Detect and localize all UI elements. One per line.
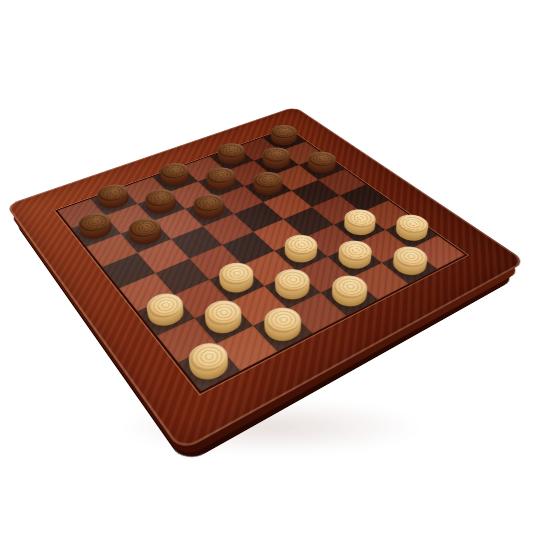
playing-area [58,129,465,391]
board-frame [6,106,527,452]
product-photo-scene [0,0,536,536]
checkers-board-3d [6,106,527,452]
